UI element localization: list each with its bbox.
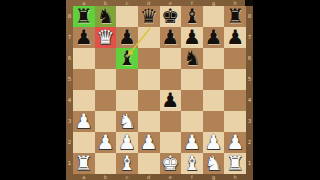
frame-corner-top-right [245, 0, 253, 6]
square-e4[interactable]: ♟ [160, 90, 182, 111]
square-d4[interactable] [138, 90, 160, 111]
piece-white-bishop-c1[interactable]: ♝ [116, 153, 138, 174]
square-b4[interactable] [95, 90, 117, 111]
piece-white-king-e1[interactable]: ♚ [160, 153, 182, 174]
square-f7[interactable]: ♟ [181, 27, 203, 48]
square-b7[interactable]: ♛ [95, 27, 117, 48]
square-c6[interactable]: ♝ [116, 48, 138, 69]
square-h5[interactable] [224, 69, 246, 90]
square-g1[interactable]: ♞ [203, 153, 225, 174]
square-h8[interactable]: ♜ [224, 6, 246, 27]
piece-black-pawn-e7[interactable]: ♟ [160, 27, 182, 48]
square-g7[interactable]: ♟ [203, 27, 225, 48]
square-b6[interactable] [95, 48, 117, 69]
piece-black-knight-f6[interactable]: ♞ [181, 48, 203, 69]
rank-label-left-5: 5 [66, 69, 73, 90]
square-c2[interactable]: ♟ [116, 132, 138, 153]
square-d6[interactable] [138, 48, 160, 69]
square-b5[interactable] [95, 69, 117, 90]
square-g2[interactable]: ♟ [203, 132, 225, 153]
square-a8[interactable]: ♜ [73, 6, 95, 27]
piece-white-pawn-d2[interactable]: ♟ [138, 132, 160, 153]
rank-label-left-1: 1 [66, 153, 73, 174]
square-h2[interactable]: ♟ [224, 132, 246, 153]
piece-white-pawn-g2[interactable]: ♟ [203, 132, 225, 153]
file-label-bottom-b: b [95, 174, 117, 180]
board-squares: ♜♞♛♚♝♜♟♛♟♟♟♟♟♝♞♟♟♞♟♟♟♟♟♟♜♝♚♝♞♜ [73, 6, 246, 174]
piece-white-knight-g1[interactable]: ♞ [203, 153, 225, 174]
square-e3[interactable] [160, 111, 182, 132]
rank-label-right-1: 1 [246, 153, 253, 174]
piece-white-pawn-h2[interactable]: ♟ [224, 132, 246, 153]
piece-black-king-e8[interactable]: ♚ [160, 6, 182, 27]
square-e7[interactable]: ♟ [160, 27, 182, 48]
square-d8[interactable]: ♛ [138, 6, 160, 27]
square-c7[interactable]: ♟ [116, 27, 138, 48]
square-h4[interactable] [224, 90, 246, 111]
square-a1[interactable]: ♜ [73, 153, 95, 174]
square-c3[interactable]: ♞ [116, 111, 138, 132]
piece-black-bishop-c6[interactable]: ♝ [116, 48, 138, 69]
square-a3[interactable]: ♟ [73, 111, 95, 132]
rank-label-right-8: 8 [246, 6, 253, 27]
square-a4[interactable] [73, 90, 95, 111]
square-a7[interactable]: ♟ [73, 27, 95, 48]
square-d7[interactable] [138, 27, 160, 48]
square-h1[interactable]: ♜ [224, 153, 246, 174]
piece-white-pawn-b2[interactable]: ♟ [95, 132, 117, 153]
piece-white-pawn-f2[interactable]: ♟ [181, 132, 203, 153]
rank-label-right-7: 7 [246, 27, 253, 48]
rank-label-left-4: 4 [66, 90, 73, 111]
square-e6[interactable] [160, 48, 182, 69]
piece-black-pawn-e4[interactable]: ♟ [160, 90, 182, 111]
square-a2[interactable] [73, 132, 95, 153]
square-g6[interactable] [203, 48, 225, 69]
piece-black-bishop-f8[interactable]: ♝ [181, 6, 203, 27]
square-e8[interactable]: ♚ [160, 6, 182, 27]
square-f8[interactable]: ♝ [181, 6, 203, 27]
file-label-bottom-d: d [138, 174, 160, 180]
chess-board: abcdefgh abcdefgh 87654321 87654321 ♜♞♛♚… [66, 0, 253, 180]
rank-label-right-3: 3 [246, 111, 253, 132]
square-c5[interactable] [116, 69, 138, 90]
square-b3[interactable] [95, 111, 117, 132]
square-g3[interactable] [203, 111, 225, 132]
square-g5[interactable] [203, 69, 225, 90]
rank-label-right-4: 4 [246, 90, 253, 111]
square-f6[interactable]: ♞ [181, 48, 203, 69]
piece-black-rook-a8[interactable]: ♜ [73, 6, 95, 27]
square-b2[interactable]: ♟ [95, 132, 117, 153]
square-d5[interactable] [138, 69, 160, 90]
square-c8[interactable] [116, 6, 138, 27]
piece-black-knight-b8[interactable]: ♞ [95, 6, 117, 27]
rank-label-left-3: 3 [66, 111, 73, 132]
piece-black-pawn-f7[interactable]: ♟ [181, 27, 203, 48]
rank-label-left-8: 8 [66, 6, 73, 27]
piece-black-queen-d8[interactable]: ♛ [138, 6, 160, 27]
piece-black-pawn-a7[interactable]: ♟ [73, 27, 95, 48]
square-a6[interactable] [73, 48, 95, 69]
square-e2[interactable] [160, 132, 182, 153]
piece-black-pawn-h7[interactable]: ♟ [224, 27, 246, 48]
square-d3[interactable] [138, 111, 160, 132]
square-c1[interactable]: ♝ [116, 153, 138, 174]
piece-white-rook-h1[interactable]: ♜ [224, 153, 246, 174]
piece-black-rook-h8[interactable]: ♜ [224, 6, 246, 27]
rank-label-left-7: 7 [66, 27, 73, 48]
square-f2[interactable]: ♟ [181, 132, 203, 153]
piece-black-pawn-g7[interactable]: ♟ [203, 27, 225, 48]
piece-white-rook-a1[interactable]: ♜ [73, 153, 95, 174]
rank-label-right-2: 2 [246, 132, 253, 153]
square-d2[interactable]: ♟ [138, 132, 160, 153]
piece-white-knight-c3[interactable]: ♞ [116, 111, 138, 132]
rank-label-left-6: 6 [66, 48, 73, 69]
piece-white-pawn-c2[interactable]: ♟ [116, 132, 138, 153]
rank-label-right-6: 6 [246, 48, 253, 69]
piece-white-pawn-a3[interactable]: ♟ [73, 111, 95, 132]
piece-white-bishop-f1[interactable]: ♝ [181, 153, 203, 174]
square-c4[interactable] [116, 90, 138, 111]
square-d1[interactable] [138, 153, 160, 174]
rank-label-left-2: 2 [66, 132, 73, 153]
rank-label-right-5: 5 [246, 69, 253, 90]
square-b1[interactable] [95, 153, 117, 174]
square-f3[interactable] [181, 111, 203, 132]
square-f1[interactable]: ♝ [181, 153, 203, 174]
square-g4[interactable] [203, 90, 225, 111]
square-e1[interactable]: ♚ [160, 153, 182, 174]
piece-black-pawn-c7[interactable]: ♟ [116, 27, 138, 48]
square-f5[interactable] [181, 69, 203, 90]
video-frame: abcdefgh abcdefgh 87654321 87654321 ♜♞♛♚… [0, 0, 320, 180]
piece-white-queen-b7[interactable]: ♛ [95, 27, 117, 48]
square-g8[interactable] [203, 6, 225, 27]
square-h6[interactable] [224, 48, 246, 69]
square-h3[interactable] [224, 111, 246, 132]
square-e5[interactable] [160, 69, 182, 90]
square-b8[interactable]: ♞ [95, 6, 117, 27]
square-a5[interactable] [73, 69, 95, 90]
square-f4[interactable] [181, 90, 203, 111]
square-h7[interactable]: ♟ [224, 27, 246, 48]
